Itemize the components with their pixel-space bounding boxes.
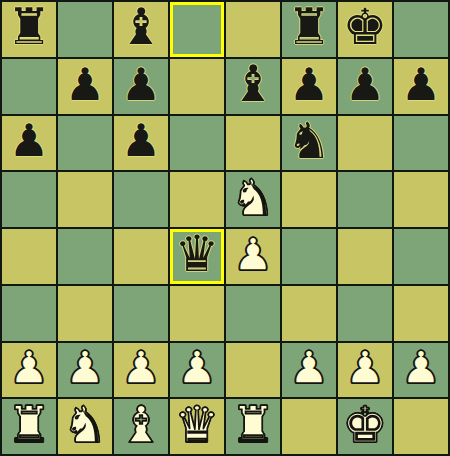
piece-white-pawn: ♟ <box>121 345 161 390</box>
piece-white-queen: ♛ <box>175 400 220 450</box>
chess-board: ♜♝♜♚♟♟♝♟♟♟♟♟♞♞♛♟♟♟♟♟♟♟♟♜♞♝♛♜♚ <box>0 0 450 456</box>
square-d5[interactable] <box>170 172 224 227</box>
square-a7[interactable] <box>2 59 56 114</box>
square-d2[interactable]: ♟ <box>170 343 224 398</box>
chess-board-window: ♜♝♜♚♟♟♝♟♟♟♟♟♞♞♛♟♟♟♟♟♟♟♟♜♞♝♛♜♚ <box>0 0 450 456</box>
square-g8[interactable]: ♚ <box>338 2 392 57</box>
piece-white-knight: ♞ <box>63 400 108 450</box>
piece-white-knight: ♞ <box>231 173 276 223</box>
square-h3[interactable] <box>394 286 448 341</box>
square-h8[interactable] <box>394 2 448 57</box>
piece-black-rook: ♜ <box>7 2 52 52</box>
square-f4[interactable] <box>282 229 336 284</box>
piece-black-queen: ♛ <box>175 229 220 279</box>
square-g6[interactable] <box>338 116 392 171</box>
square-f5[interactable] <box>282 172 336 227</box>
piece-black-pawn: ♟ <box>121 62 161 107</box>
square-g3[interactable] <box>338 286 392 341</box>
square-c5[interactable] <box>114 172 168 227</box>
square-h5[interactable] <box>394 172 448 227</box>
square-h4[interactable] <box>394 229 448 284</box>
square-f6[interactable]: ♞ <box>282 116 336 171</box>
square-c4[interactable] <box>114 229 168 284</box>
piece-black-pawn: ♟ <box>401 62 441 107</box>
square-f7[interactable]: ♟ <box>282 59 336 114</box>
piece-white-rook: ♜ <box>231 400 276 450</box>
piece-black-bishop: ♝ <box>119 2 164 52</box>
square-e2[interactable] <box>226 343 280 398</box>
piece-white-pawn: ♟ <box>345 345 385 390</box>
square-a2[interactable]: ♟ <box>2 343 56 398</box>
piece-white-pawn: ♟ <box>65 345 105 390</box>
square-h7[interactable]: ♟ <box>394 59 448 114</box>
piece-white-bishop: ♝ <box>119 400 164 450</box>
piece-white-pawn: ♟ <box>289 345 329 390</box>
square-e1[interactable]: ♜ <box>226 399 280 454</box>
square-e5[interactable]: ♞ <box>226 172 280 227</box>
square-g5[interactable] <box>338 172 392 227</box>
square-g4[interactable] <box>338 229 392 284</box>
piece-white-pawn: ♟ <box>177 345 217 390</box>
square-b3[interactable] <box>58 286 112 341</box>
piece-white-pawn: ♟ <box>401 345 441 390</box>
square-b7[interactable]: ♟ <box>58 59 112 114</box>
square-c1[interactable]: ♝ <box>114 399 168 454</box>
square-d3[interactable] <box>170 286 224 341</box>
square-c2[interactable]: ♟ <box>114 343 168 398</box>
square-e8[interactable] <box>226 2 280 57</box>
square-a6[interactable]: ♟ <box>2 116 56 171</box>
square-b4[interactable] <box>58 229 112 284</box>
piece-black-pawn: ♟ <box>65 62 105 107</box>
square-a1[interactable]: ♜ <box>2 399 56 454</box>
square-b5[interactable] <box>58 172 112 227</box>
square-c7[interactable]: ♟ <box>114 59 168 114</box>
square-e6[interactable] <box>226 116 280 171</box>
square-g1[interactable]: ♚ <box>338 399 392 454</box>
square-d6[interactable] <box>170 116 224 171</box>
square-a4[interactable] <box>2 229 56 284</box>
square-d7[interactable] <box>170 59 224 114</box>
square-a3[interactable] <box>2 286 56 341</box>
piece-black-pawn: ♟ <box>9 118 49 163</box>
square-d1[interactable]: ♛ <box>170 399 224 454</box>
square-f1[interactable] <box>282 399 336 454</box>
square-b6[interactable] <box>58 116 112 171</box>
piece-black-pawn: ♟ <box>121 118 161 163</box>
piece-black-knight: ♞ <box>287 116 332 166</box>
square-g2[interactable]: ♟ <box>338 343 392 398</box>
square-e4[interactable]: ♟ <box>226 229 280 284</box>
piece-black-bishop: ♝ <box>231 59 276 109</box>
square-e7[interactable]: ♝ <box>226 59 280 114</box>
square-f8[interactable]: ♜ <box>282 2 336 57</box>
square-c8[interactable]: ♝ <box>114 2 168 57</box>
square-b8[interactable] <box>58 2 112 57</box>
piece-black-pawn: ♟ <box>289 62 329 107</box>
square-h6[interactable] <box>394 116 448 171</box>
piece-black-king: ♚ <box>343 2 388 52</box>
square-c6[interactable]: ♟ <box>114 116 168 171</box>
square-c3[interactable] <box>114 286 168 341</box>
square-b1[interactable]: ♞ <box>58 399 112 454</box>
square-g7[interactable]: ♟ <box>338 59 392 114</box>
piece-white-pawn: ♟ <box>9 345 49 390</box>
square-h1[interactable] <box>394 399 448 454</box>
square-e3[interactable] <box>226 286 280 341</box>
piece-white-king: ♚ <box>343 400 388 450</box>
piece-black-rook: ♜ <box>287 2 332 52</box>
square-h2[interactable]: ♟ <box>394 343 448 398</box>
square-d4[interactable]: ♛ <box>170 229 224 284</box>
square-f2[interactable]: ♟ <box>282 343 336 398</box>
piece-black-pawn: ♟ <box>345 62 385 107</box>
piece-white-pawn: ♟ <box>233 232 273 277</box>
square-f3[interactable] <box>282 286 336 341</box>
piece-white-rook: ♜ <box>7 400 52 450</box>
square-b2[interactable]: ♟ <box>58 343 112 398</box>
square-a5[interactable] <box>2 172 56 227</box>
square-d8[interactable] <box>170 2 224 57</box>
square-a8[interactable]: ♜ <box>2 2 56 57</box>
